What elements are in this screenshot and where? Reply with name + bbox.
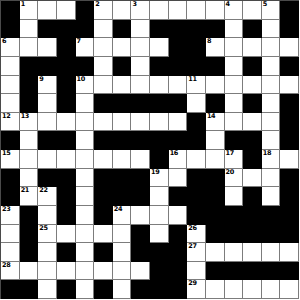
white-cell[interactable] — [262, 38, 281, 57]
clue-number: 21 — [21, 187, 29, 194]
clue-number: 22 — [39, 187, 47, 194]
white-cell[interactable] — [38, 150, 57, 169]
black-cell — [1, 187, 20, 206]
white-cell[interactable]: 18 — [262, 150, 281, 169]
white-cell[interactable] — [206, 76, 225, 95]
white-cell[interactable] — [20, 131, 39, 150]
white-cell[interactable] — [113, 113, 132, 132]
black-cell — [57, 20, 76, 39]
black-cell — [206, 20, 225, 39]
black-cell — [169, 38, 188, 57]
white-cell[interactable] — [280, 243, 299, 262]
white-cell[interactable] — [1, 225, 20, 244]
white-cell[interactable]: 24 — [113, 206, 132, 225]
white-cell[interactable] — [131, 38, 150, 57]
black-cell — [150, 150, 169, 169]
white-cell[interactable] — [1, 57, 20, 76]
clue-number: 3 — [132, 1, 136, 8]
white-cell[interactable] — [94, 225, 113, 244]
white-cell[interactable]: 10 — [76, 76, 95, 95]
black-cell — [280, 57, 299, 76]
clue-number: 26 — [188, 225, 196, 232]
black-cell — [150, 94, 169, 113]
white-cell[interactable] — [225, 38, 244, 57]
white-cell[interactable]: 27 — [187, 243, 206, 262]
black-cell — [225, 225, 244, 244]
white-cell[interactable] — [76, 150, 95, 169]
white-cell[interactable]: 17 — [225, 150, 244, 169]
white-cell[interactable] — [113, 225, 132, 244]
white-cell[interactable] — [150, 76, 169, 95]
black-cell — [262, 206, 281, 225]
white-cell[interactable] — [76, 131, 95, 150]
black-cell — [57, 206, 76, 225]
white-cell[interactable] — [187, 1, 206, 20]
white-cell[interactable] — [150, 113, 169, 132]
white-cell[interactable] — [131, 262, 150, 281]
black-cell — [94, 169, 113, 188]
clue-number: 17 — [226, 150, 234, 157]
white-cell[interactable] — [113, 1, 132, 20]
black-cell — [20, 206, 39, 225]
black-cell — [243, 94, 262, 113]
black-cell — [187, 206, 206, 225]
white-cell[interactable] — [76, 280, 95, 299]
black-cell — [187, 169, 206, 188]
black-cell — [280, 131, 299, 150]
white-cell[interactable] — [206, 243, 225, 262]
white-cell[interactable] — [76, 113, 95, 132]
black-cell — [243, 206, 262, 225]
white-cell[interactable] — [225, 57, 244, 76]
white-cell[interactable]: 19 — [150, 169, 169, 188]
black-cell — [187, 20, 206, 39]
white-cell[interactable] — [113, 243, 132, 262]
clue-number: 13 — [21, 113, 29, 120]
white-cell[interactable] — [94, 76, 113, 95]
black-cell — [57, 76, 76, 95]
white-cell[interactable]: 25 — [38, 225, 57, 244]
white-cell[interactable] — [243, 169, 262, 188]
white-cell[interactable] — [262, 20, 281, 39]
white-cell[interactable] — [169, 1, 188, 20]
black-cell — [150, 280, 169, 299]
white-cell[interactable] — [225, 187, 244, 206]
black-cell — [94, 131, 113, 150]
black-cell — [131, 169, 150, 188]
white-cell[interactable] — [38, 94, 57, 113]
white-cell[interactable] — [131, 150, 150, 169]
black-cell — [94, 280, 113, 299]
black-cell — [57, 131, 76, 150]
clue-number: 9 — [39, 76, 43, 83]
black-cell — [113, 20, 132, 39]
white-cell[interactable] — [187, 262, 206, 281]
black-cell — [206, 94, 225, 113]
white-cell[interactable] — [76, 169, 95, 188]
white-cell[interactable] — [262, 131, 281, 150]
white-cell[interactable] — [1, 243, 20, 262]
white-cell[interactable] — [262, 169, 281, 188]
white-cell[interactable] — [206, 1, 225, 20]
white-cell[interactable]: 29 — [187, 280, 206, 299]
white-cell[interactable] — [131, 113, 150, 132]
black-cell — [76, 1, 95, 20]
white-cell[interactable] — [76, 243, 95, 262]
clue-number: 16 — [170, 150, 178, 157]
black-cell — [187, 187, 206, 206]
black-cell — [57, 38, 76, 57]
clue-number: 28 — [2, 262, 10, 269]
white-cell[interactable] — [206, 131, 225, 150]
black-cell — [206, 57, 225, 76]
clue-number: 20 — [226, 169, 234, 176]
white-cell[interactable] — [187, 94, 206, 113]
white-cell[interactable]: 11 — [187, 76, 206, 95]
black-cell — [1, 1, 20, 20]
black-cell — [225, 262, 244, 281]
white-cell[interactable] — [76, 94, 95, 113]
white-cell[interactable] — [225, 94, 244, 113]
white-cell[interactable]: 6 — [1, 38, 20, 57]
black-cell — [57, 187, 76, 206]
white-cell[interactable] — [280, 150, 299, 169]
white-cell[interactable] — [169, 169, 188, 188]
white-cell[interactable]: 16 — [169, 150, 188, 169]
white-cell[interactable] — [20, 262, 39, 281]
black-cell — [113, 169, 132, 188]
white-cell[interactable] — [76, 187, 95, 206]
black-cell — [280, 94, 299, 113]
white-cell[interactable]: 20 — [225, 169, 244, 188]
black-cell — [243, 150, 262, 169]
black-cell — [169, 57, 188, 76]
clue-number: 27 — [188, 243, 196, 250]
black-cell — [280, 169, 299, 188]
white-cell[interactable] — [243, 1, 262, 20]
white-cell[interactable] — [131, 76, 150, 95]
white-cell[interactable]: 13 — [20, 113, 39, 132]
white-cell[interactable] — [150, 206, 169, 225]
black-cell — [150, 20, 169, 39]
black-cell — [57, 243, 76, 262]
white-cell[interactable] — [113, 262, 132, 281]
black-cell — [20, 225, 39, 244]
black-cell — [20, 57, 39, 76]
black-cell — [243, 20, 262, 39]
white-cell[interactable]: 2 — [94, 1, 113, 20]
white-cell[interactable] — [113, 150, 132, 169]
black-cell — [1, 20, 20, 39]
white-cell[interactable] — [225, 76, 244, 95]
black-cell — [57, 94, 76, 113]
white-cell[interactable] — [76, 262, 95, 281]
black-cell — [187, 57, 206, 76]
white-cell[interactable]: 3 — [131, 1, 150, 20]
white-cell[interactable] — [131, 20, 150, 39]
white-cell[interactable] — [57, 113, 76, 132]
black-cell — [20, 280, 39, 299]
white-cell[interactable]: 9 — [38, 76, 57, 95]
white-cell[interactable] — [243, 38, 262, 57]
black-cell — [206, 262, 225, 281]
clue-number: 24 — [114, 206, 122, 213]
white-cell[interactable] — [94, 38, 113, 57]
black-cell — [1, 280, 20, 299]
white-cell[interactable] — [20, 38, 39, 57]
black-cell — [113, 94, 132, 113]
clue-number: 23 — [2, 206, 10, 213]
white-cell[interactable] — [262, 94, 281, 113]
white-cell[interactable] — [262, 76, 281, 95]
black-cell — [280, 206, 299, 225]
black-cell — [38, 131, 57, 150]
black-cell — [280, 187, 299, 206]
black-cell — [169, 243, 188, 262]
white-cell[interactable] — [225, 20, 244, 39]
black-cell — [262, 262, 281, 281]
black-cell — [187, 38, 206, 57]
black-cell — [113, 57, 132, 76]
white-cell[interactable] — [94, 113, 113, 132]
clue-number: 11 — [188, 76, 196, 83]
black-cell — [94, 187, 113, 206]
white-cell[interactable] — [94, 20, 113, 39]
white-cell[interactable] — [150, 225, 169, 244]
white-cell[interactable]: 14 — [206, 113, 225, 132]
black-cell — [131, 131, 150, 150]
black-cell — [187, 131, 206, 150]
black-cell — [243, 262, 262, 281]
white-cell[interactable]: 8 — [206, 38, 225, 57]
black-cell — [94, 94, 113, 113]
black-cell — [20, 76, 39, 95]
black-cell — [262, 225, 281, 244]
black-cell — [225, 206, 244, 225]
crossword-grid: 1234567891011121314151617181920212223242… — [0, 0, 299, 299]
black-cell — [280, 262, 299, 281]
black-cell — [280, 1, 299, 20]
clue-number: 6 — [2, 38, 6, 45]
white-cell[interactable] — [38, 1, 57, 20]
white-cell[interactable] — [169, 76, 188, 95]
black-cell — [206, 206, 225, 225]
black-cell — [76, 57, 95, 76]
white-cell[interactable]: 28 — [1, 262, 20, 281]
black-cell — [20, 94, 39, 113]
clue-number: 14 — [207, 113, 215, 120]
black-cell — [150, 57, 169, 76]
white-cell[interactable] — [169, 113, 188, 132]
white-cell[interactable] — [76, 206, 95, 225]
clue-number: 10 — [77, 76, 85, 83]
black-cell — [243, 225, 262, 244]
clue-number: 1 — [21, 1, 25, 8]
white-cell[interactable] — [280, 280, 299, 299]
black-cell — [169, 94, 188, 113]
white-cell[interactable] — [206, 150, 225, 169]
white-cell[interactable] — [20, 150, 39, 169]
white-cell[interactable] — [20, 169, 39, 188]
white-cell[interactable] — [243, 76, 262, 95]
black-cell — [150, 131, 169, 150]
white-cell[interactable] — [262, 280, 281, 299]
black-cell — [131, 243, 150, 262]
white-cell[interactable] — [113, 76, 132, 95]
white-cell[interactable] — [150, 38, 169, 57]
white-cell[interactable] — [57, 225, 76, 244]
black-cell — [57, 57, 76, 76]
white-cell[interactable] — [38, 206, 57, 225]
black-cell — [206, 187, 225, 206]
black-cell — [169, 20, 188, 39]
white-cell[interactable] — [262, 243, 281, 262]
black-cell — [131, 187, 150, 206]
white-cell[interactable] — [225, 113, 244, 132]
white-cell[interactable] — [262, 187, 281, 206]
white-cell[interactable] — [76, 225, 95, 244]
black-cell — [206, 169, 225, 188]
black-cell — [225, 131, 244, 150]
white-cell[interactable] — [280, 38, 299, 57]
black-cell — [38, 20, 57, 39]
clue-number: 15 — [2, 150, 10, 157]
black-cell — [243, 131, 262, 150]
black-cell — [243, 57, 262, 76]
white-cell[interactable] — [57, 150, 76, 169]
white-cell[interactable] — [150, 1, 169, 20]
black-cell — [150, 243, 169, 262]
white-cell[interactable] — [38, 243, 57, 262]
white-cell[interactable]: 1 — [20, 1, 39, 20]
white-cell[interactable] — [20, 20, 39, 39]
white-cell[interactable] — [243, 280, 262, 299]
clue-number: 12 — [2, 113, 10, 120]
black-cell — [206, 225, 225, 244]
black-cell — [113, 187, 132, 206]
white-cell[interactable] — [243, 243, 262, 262]
black-cell — [169, 280, 188, 299]
white-cell[interactable]: 21 — [20, 187, 39, 206]
black-cell — [38, 169, 57, 188]
white-cell[interactable] — [243, 113, 262, 132]
black-cell — [169, 187, 188, 206]
black-cell — [243, 187, 262, 206]
white-cell[interactable] — [1, 94, 20, 113]
crossword-puzzle: 1234567891011121314151617181920212223242… — [0, 0, 300, 300]
white-cell[interactable] — [1, 76, 20, 95]
white-cell[interactable]: 15 — [1, 150, 20, 169]
white-cell[interactable] — [169, 206, 188, 225]
black-cell — [131, 94, 150, 113]
white-cell[interactable]: 5 — [262, 1, 281, 20]
white-cell[interactable] — [131, 206, 150, 225]
white-cell[interactable]: 7 — [76, 38, 95, 57]
black-cell — [94, 206, 113, 225]
white-cell[interactable]: 12 — [1, 113, 20, 132]
white-cell[interactable] — [206, 280, 225, 299]
clue-number: 7 — [77, 38, 81, 45]
black-cell — [150, 262, 169, 281]
white-cell[interactable] — [38, 280, 57, 299]
black-cell — [280, 20, 299, 39]
white-cell[interactable] — [150, 187, 169, 206]
black-cell — [20, 243, 39, 262]
clue-number: 29 — [188, 280, 196, 287]
white-cell[interactable] — [94, 262, 113, 281]
white-cell[interactable] — [113, 280, 132, 299]
white-cell[interactable] — [280, 76, 299, 95]
black-cell — [187, 113, 206, 132]
white-cell[interactable]: 23 — [1, 206, 20, 225]
black-cell — [280, 225, 299, 244]
black-cell — [57, 280, 76, 299]
white-cell[interactable] — [225, 280, 244, 299]
clue-number: 4 — [226, 1, 230, 8]
clue-number: 8 — [207, 38, 211, 45]
white-cell[interactable] — [113, 38, 132, 57]
white-cell[interactable] — [38, 113, 57, 132]
clue-number: 19 — [151, 169, 159, 176]
black-cell — [131, 225, 150, 244]
clue-number: 18 — [263, 150, 271, 157]
black-cell — [1, 169, 20, 188]
black-cell — [38, 57, 57, 76]
white-cell[interactable] — [38, 262, 57, 281]
black-cell — [1, 131, 20, 150]
black-cell — [280, 113, 299, 132]
white-cell[interactable]: 22 — [38, 187, 57, 206]
clue-number: 2 — [95, 1, 99, 8]
black-cell — [131, 280, 150, 299]
white-cell[interactable] — [94, 150, 113, 169]
black-cell — [57, 169, 76, 188]
white-cell[interactable] — [131, 57, 150, 76]
clue-number: 5 — [263, 1, 267, 8]
white-cell[interactable] — [57, 1, 76, 20]
white-cell[interactable] — [94, 57, 113, 76]
clue-number: 25 — [39, 225, 47, 232]
black-cell — [169, 131, 188, 150]
white-cell[interactable] — [262, 57, 281, 76]
white-cell[interactable] — [38, 38, 57, 57]
black-cell — [94, 243, 113, 262]
white-cell[interactable] — [262, 113, 281, 132]
black-cell — [169, 262, 188, 281]
white-cell[interactable] — [57, 262, 76, 281]
black-cell — [76, 20, 95, 39]
white-cell[interactable]: 26 — [187, 225, 206, 244]
white-cell[interactable] — [225, 243, 244, 262]
black-cell — [113, 131, 132, 150]
white-cell[interactable] — [187, 150, 206, 169]
white-cell[interactable]: 4 — [225, 1, 244, 20]
black-cell — [169, 225, 188, 244]
